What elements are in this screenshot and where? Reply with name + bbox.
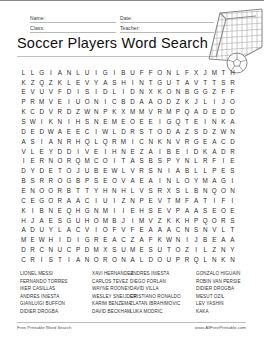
word-list-item: FERNANDO TORRES xyxy=(20,278,68,286)
grid-cell-r18c19: I xyxy=(182,235,191,245)
grid-cell-r1c6: N xyxy=(64,68,73,78)
grid-cell-r10c11: I xyxy=(110,157,119,167)
grid-cell-r17c5: L xyxy=(55,226,64,236)
grid-cell-r7c1: D xyxy=(19,127,28,137)
grid-cell-r20c23: K xyxy=(219,255,228,265)
grid-cell-r1c18: L xyxy=(173,68,182,78)
grid-cell-r9c17: B xyxy=(164,147,173,157)
grid-cell-r10c5: O xyxy=(55,157,64,167)
grid-cell-r12c19: O xyxy=(182,176,191,186)
grid-cell-r19c7: P xyxy=(73,245,82,255)
grid-cell-r3c3: U xyxy=(37,88,46,98)
grid-cell-r1c19: F xyxy=(182,68,191,78)
grid-cell-r4c20: J xyxy=(192,98,201,108)
grid-cell-r9c16: I xyxy=(155,147,164,157)
grid-cell-r12c5: O xyxy=(55,176,64,186)
grid-cell-r14c21: T xyxy=(201,196,210,206)
grid-cell-r8c24: D xyxy=(228,137,237,147)
grid-cell-r11c11: W xyxy=(110,167,119,177)
grid-cell-r5c21: D xyxy=(201,107,210,117)
grid-cell-r17c20: S xyxy=(192,226,201,236)
grid-cell-r20c19: R xyxy=(182,255,191,265)
grid-cell-r6c22: N xyxy=(210,117,219,127)
grid-cell-r5c4: V xyxy=(46,107,55,117)
grid-cell-r7c18: A xyxy=(173,127,182,137)
grid-cell-r16c12: J xyxy=(119,216,128,226)
grid-cell-r1c4: I xyxy=(46,68,55,78)
grid-cell-r7c19: Z xyxy=(182,127,191,137)
grid-cell-r20c8: N xyxy=(83,255,92,265)
grid-cell-r1c21: J xyxy=(201,68,210,78)
grid-cell-r9c19: I xyxy=(182,147,191,157)
grid-cell-r1c3: G xyxy=(37,68,46,78)
grid-cell-r17c13: F xyxy=(128,226,137,236)
grid-cell-r14c1: C xyxy=(19,196,28,206)
grid-cell-r11c8: U xyxy=(83,167,92,177)
grid-cell-r8c23: C xyxy=(219,137,228,147)
grid-cell-r4c10: I xyxy=(101,98,110,108)
grid-cell-r11c22: P xyxy=(210,167,219,177)
grid-cell-r8c19: R xyxy=(182,137,191,147)
grid-cell-r10c21: R xyxy=(201,157,210,167)
grid-cell-r15c1: K xyxy=(19,206,28,216)
grid-cell-r13c23: O xyxy=(219,186,228,196)
grid-cell-r13c3: O xyxy=(37,186,46,196)
grid-cell-r19c23: N xyxy=(219,245,228,255)
grid-cell-r7c9: I xyxy=(92,127,101,137)
grid-cell-r19c24: Y xyxy=(228,245,237,255)
grid-cell-r14c14: P xyxy=(137,196,146,206)
grid-cell-r6c3: I xyxy=(37,117,46,127)
grid-cell-r3c4: V xyxy=(46,88,55,98)
grid-cell-r5c16: R xyxy=(155,107,164,117)
grid-cell-r12c24: I xyxy=(228,176,237,186)
grid-cell-r17c15: A xyxy=(146,226,155,236)
grid-cell-r20c2: R xyxy=(28,255,37,265)
grid-cell-r19c14: E xyxy=(137,245,146,255)
grid-cell-r15c17: V xyxy=(164,206,173,216)
grid-cell-r15c10: M xyxy=(101,206,110,216)
grid-cell-r16c24: S xyxy=(228,216,237,226)
grid-cell-r5c23: D xyxy=(219,107,228,117)
grid-cell-r19c4: N xyxy=(46,245,55,255)
grid-cell-r9c7: I xyxy=(73,147,82,157)
grid-cell-r19c10: X xyxy=(101,245,110,255)
grid-cell-r17c6: A xyxy=(64,226,73,236)
grid-cell-r1c8: U xyxy=(83,68,92,78)
grid-cell-r3c23: F xyxy=(219,88,228,98)
grid-cell-r5c20: A xyxy=(192,107,201,117)
grid-cell-r10c13: A xyxy=(128,157,137,167)
grid-cell-r10c4: N xyxy=(46,157,55,167)
grid-cell-r11c24: S xyxy=(228,167,237,177)
grid-cell-r2c16: G xyxy=(155,78,164,88)
grid-cell-r19c6: C xyxy=(64,245,73,255)
page-title: Soccer Players Word Search xyxy=(17,35,208,51)
grid-cell-r4c9: N xyxy=(92,98,101,108)
grid-cell-r7c17: D xyxy=(164,127,173,137)
grid-cell-r5c9: N xyxy=(92,107,101,117)
grid-cell-r2c8: V xyxy=(83,78,92,88)
grid-cell-r13c17: X xyxy=(164,186,173,196)
grid-cell-r17c14: E xyxy=(137,226,146,236)
grid-cell-r2c5: K xyxy=(55,78,64,88)
grid-cell-r11c7: J xyxy=(73,167,82,177)
grid-cell-r18c14: A xyxy=(137,235,146,245)
grid-cell-r5c12: X xyxy=(119,107,128,117)
grid-cell-r20c1: C xyxy=(19,255,28,265)
grid-cell-r11c19: B xyxy=(182,167,191,177)
grid-cell-r15c21: S xyxy=(201,206,210,216)
grid-cell-r12c12: V xyxy=(119,176,128,186)
grid-cell-r16c9: O xyxy=(92,216,101,226)
grid-cell-r11c15: S xyxy=(146,167,155,177)
grid-cell-r6c21: I xyxy=(201,117,210,127)
grid-cell-r8c10: Q xyxy=(101,137,110,147)
word-list-item: LUKA MODRIC xyxy=(130,308,181,316)
grid-cell-r7c22: Z xyxy=(210,127,219,137)
grid-cell-r10c1: I xyxy=(19,157,28,167)
grid-cell-r12c2: S xyxy=(28,176,37,186)
grid-cell-r16c7: U xyxy=(73,216,82,226)
grid-cell-r3c20: G xyxy=(192,88,201,98)
grid-cell-r11c4: E xyxy=(46,167,55,177)
grid-cell-r6c1: S xyxy=(19,117,28,127)
grid-cell-r9c10: I xyxy=(101,147,110,157)
word-list-item: MESUT OZIL xyxy=(196,293,241,301)
grid-cell-r17c22: V xyxy=(210,226,219,236)
grid-cell-r11c3: D xyxy=(37,167,46,177)
grid-cell-r19c9: M xyxy=(92,245,101,255)
grid-cell-r10c18: Y xyxy=(173,157,182,167)
grid-cell-r18c17: W xyxy=(164,235,173,245)
grid-cell-r11c23: E xyxy=(219,167,228,177)
grid-cell-r14c17: T xyxy=(164,196,173,206)
grid-cell-r18c10: E xyxy=(101,235,110,245)
grid-cell-r14c19: F xyxy=(182,196,191,206)
grid-cell-r6c6: I xyxy=(64,117,73,127)
grid-cell-r18c24: A xyxy=(228,235,237,245)
grid-cell-r14c13: N xyxy=(128,196,137,206)
grid-cell-r2c21: T xyxy=(201,78,210,88)
grid-cell-r15c18: P xyxy=(173,206,182,216)
grid-cell-r12c14: E xyxy=(137,176,146,186)
grid-cell-r7c10: W xyxy=(101,127,110,137)
grid-cell-r7c5: A xyxy=(55,127,64,137)
class-blank-line xyxy=(30,32,116,33)
grid-cell-r8c5: N xyxy=(55,137,64,147)
grid-cell-r5c14: M xyxy=(137,107,146,117)
grid-cell-r3c2: V xyxy=(28,88,37,98)
grid-cell-r11c21: L xyxy=(201,167,210,177)
teacher-blank-line xyxy=(120,32,214,33)
word-list-item: ANDRES INIESTA xyxy=(130,270,181,278)
grid-cell-r13c5: R xyxy=(55,186,64,196)
grid-cell-r6c10: E xyxy=(101,117,110,127)
grid-cell-r18c8: G xyxy=(83,235,92,245)
grid-cell-r1c2: L xyxy=(28,68,37,78)
grid-cell-r8c6: R xyxy=(64,137,73,147)
grid-cell-r18c21: B xyxy=(201,235,210,245)
grid-cell-r14c4: O xyxy=(46,196,55,206)
grid-cell-r14c10: U xyxy=(101,196,110,206)
grid-cell-r1c12: B xyxy=(119,68,128,78)
grid-cell-r4c15: A xyxy=(146,98,155,108)
word-list-item: LIONEL MESSI xyxy=(20,270,68,278)
grid-cell-r3c17: O xyxy=(164,88,173,98)
grid-cell-r16c20: P xyxy=(192,216,201,226)
grid-cell-r12c17: N xyxy=(164,176,173,186)
grid-cell-r15c13: E xyxy=(128,206,137,216)
grid-cell-r10c2: E xyxy=(28,157,37,167)
grid-cell-r9c14: Z xyxy=(137,147,146,157)
grid-cell-r20c10: R xyxy=(101,255,110,265)
grid-cell-r6c12: E xyxy=(119,117,128,127)
grid-cell-r20c18: P xyxy=(173,255,182,265)
grid-cell-r18c23: A xyxy=(219,235,228,245)
grid-cell-r11c2: Y xyxy=(28,167,37,177)
grid-cell-r15c3: B xyxy=(37,206,46,216)
grid-cell-r17c17: A xyxy=(164,226,173,236)
grid-cell-r4c22: I xyxy=(210,98,219,108)
grid-cell-r2c3: Q xyxy=(37,78,46,88)
grid-cell-r14c6: A xyxy=(64,196,73,206)
grid-cell-r6c23: K xyxy=(219,117,228,127)
grid-cell-r13c6: B xyxy=(64,186,73,196)
footer-rule xyxy=(17,322,246,323)
grid-cell-r1c22: M xyxy=(210,68,219,78)
grid-cell-r10c17: P xyxy=(164,157,173,167)
grid-cell-r10c22: F xyxy=(210,157,219,167)
grid-cell-r8c22: A xyxy=(210,137,219,147)
grid-cell-r17c4: Y xyxy=(46,226,55,236)
grid-cell-r20c16: O xyxy=(155,255,164,265)
grid-cell-r2c2: Z xyxy=(28,78,37,88)
grid-cell-r8c11: R xyxy=(110,137,119,147)
word-list-item: KAKA xyxy=(196,308,241,316)
grid-cell-r14c9: I xyxy=(92,196,101,206)
grid-cell-r4c14: A xyxy=(137,98,146,108)
grid-cell-r14c7: A xyxy=(73,196,82,206)
grid-cell-r15c15: S xyxy=(146,206,155,216)
grid-cell-r19c16: U xyxy=(155,245,164,255)
grid-cell-r16c1: H xyxy=(19,216,28,226)
grid-cell-r9c18: E xyxy=(173,147,182,157)
grid-cell-r18c4: H xyxy=(46,235,55,245)
grid-cell-r9c23: D xyxy=(219,147,228,157)
grid-cell-r6c18: Q xyxy=(173,117,182,127)
grid-cell-r19c17: T xyxy=(164,245,173,255)
date-label: Date: xyxy=(120,15,132,21)
grid-cell-r3c8: S xyxy=(83,88,92,98)
grid-cell-r14c18: M xyxy=(173,196,182,206)
grid-cell-r13c11: N xyxy=(110,186,119,196)
grid-cell-r12c20: Y xyxy=(192,176,201,186)
grid-cell-r14c22: I xyxy=(210,196,219,206)
grid-cell-r16c2: J xyxy=(28,216,37,226)
grid-cell-r5c13: M xyxy=(128,107,137,117)
grid-cell-r19c13: M xyxy=(128,245,137,255)
grid-cell-r19c15: S xyxy=(146,245,155,255)
grid-cell-r2c14: N xyxy=(137,78,146,88)
grid-cell-r16c21: Q xyxy=(201,216,210,226)
grid-cell-r10c8: M xyxy=(83,157,92,167)
grid-cell-r10c14: S xyxy=(137,157,146,167)
grid-cell-r3c15: X xyxy=(146,88,155,98)
grid-cell-r9c9: E xyxy=(92,147,101,157)
grid-cell-r17c23: L xyxy=(219,226,228,236)
grid-cell-r11c13: V xyxy=(128,167,137,177)
grid-cell-r4c8: O xyxy=(83,98,92,108)
grid-cell-r20c22: N xyxy=(210,255,219,265)
grid-cell-r18c12: C xyxy=(119,235,128,245)
grid-cell-r7c2: E xyxy=(28,127,37,137)
grid-cell-r11c6: O xyxy=(64,167,73,177)
grid-cell-r6c2: W xyxy=(28,117,37,127)
grid-cell-r20c17: U xyxy=(164,255,173,265)
grid-cell-r14c11: I xyxy=(110,196,119,206)
grid-cell-r14c5: R xyxy=(55,196,64,206)
grid-cell-r5c18: P xyxy=(173,107,182,117)
grid-cell-r8c17: N xyxy=(164,137,173,147)
grid-cell-r6c9: N xyxy=(92,117,101,127)
grid-cell-r20c21: L xyxy=(201,255,210,265)
grid-cell-r2c17: U xyxy=(164,78,173,88)
grid-cell-r13c21: N xyxy=(201,186,210,196)
grid-cell-r15c5: E xyxy=(55,206,64,216)
grid-cell-r2c13: I xyxy=(128,78,137,88)
grid-cell-r8c2: S xyxy=(28,137,37,147)
grid-cell-r13c10: H xyxy=(101,186,110,196)
grid-cell-r18c3: W xyxy=(37,235,46,245)
grid-cell-r11c17: I xyxy=(164,167,173,177)
grid-cell-r4c1: P xyxy=(19,98,28,108)
grid-cell-r8c12: M xyxy=(119,137,128,147)
grid-cell-r2c9: Y xyxy=(92,78,101,88)
grid-cell-r18c15: F xyxy=(146,235,155,245)
grid-cell-r12c11: O xyxy=(110,176,119,186)
grid-cell-r4c5: E xyxy=(55,98,64,108)
grid-cell-r12c6: G xyxy=(64,176,73,186)
grid-cell-r4c16: O xyxy=(155,98,164,108)
grid-cell-r19c11: S xyxy=(110,245,119,255)
grid-cell-r5c11: K xyxy=(110,107,119,117)
grid-cell-r8c16: K xyxy=(155,137,164,147)
grid-cell-r8c1: A xyxy=(19,137,28,147)
grid-cell-r6c7: H xyxy=(73,117,82,127)
footer-source-text: Free Printable Word Search xyxy=(17,325,71,330)
grid-cell-r5c10: P xyxy=(101,107,110,117)
grid-cell-r2c4: Z xyxy=(46,78,55,88)
grid-cell-r2c24: R xyxy=(228,78,237,88)
grid-cell-r10c12: T xyxy=(119,157,128,167)
date-blank-line xyxy=(120,22,214,23)
grid-cell-r5c15: V xyxy=(146,107,155,117)
grid-cell-r4c12: B xyxy=(119,98,128,108)
grid-cell-r7c8: C xyxy=(83,127,92,137)
grid-cell-r9c1: V xyxy=(19,147,28,157)
grid-cell-r13c1: E xyxy=(19,186,28,196)
grid-cell-r5c6: D xyxy=(64,107,73,117)
grid-cell-r3c7: I xyxy=(73,88,82,98)
grid-cell-r5c7: Z xyxy=(73,107,82,117)
grid-cell-r8c3: I xyxy=(37,137,46,147)
grid-cell-r6c15: E xyxy=(146,117,155,127)
grid-cell-r2c22: T xyxy=(210,78,219,88)
grid-cell-r17c21: N xyxy=(201,226,210,236)
grid-cell-r12c8: P xyxy=(83,176,92,186)
grid-cell-r4c6: I xyxy=(64,98,73,108)
grid-cell-r19c22: Z xyxy=(210,245,219,255)
grid-cell-r10c16: S xyxy=(155,157,164,167)
grid-cell-r1c15: F xyxy=(146,68,155,78)
word-list-column-3: ANDRES INIESTADIEGO FORLANDAVID VILLACRI… xyxy=(130,270,181,315)
grid-cell-r8c14: C xyxy=(137,137,146,147)
grid-cell-r2c20: V xyxy=(192,78,201,88)
title-rule xyxy=(17,56,215,57)
grid-cell-r2c1: K xyxy=(19,78,28,88)
grid-cell-r14c3: G xyxy=(37,196,46,206)
grid-cell-r2c18: T xyxy=(173,78,182,88)
word-list-item: DIDIER DROGBA xyxy=(20,308,68,316)
grid-cell-r7c12: D xyxy=(119,127,128,137)
grid-cell-r16c17: K xyxy=(164,216,173,226)
grid-cell-r9c20: D xyxy=(192,147,201,157)
grid-cell-r13c7: T xyxy=(73,186,82,196)
grid-cell-r3c10: D xyxy=(101,88,110,98)
grid-cell-r5c8: W xyxy=(83,107,92,117)
grid-cell-r8c18: V xyxy=(173,137,182,147)
grid-cell-r15c8: G xyxy=(83,206,92,216)
grid-cell-r7c7: E xyxy=(73,127,82,137)
grid-cell-r12c7: B xyxy=(73,176,82,186)
grid-cell-r18c18: N xyxy=(173,235,182,245)
grid-cell-r20c15: D xyxy=(146,255,155,265)
grid-cell-r1c16: O xyxy=(155,68,164,78)
grid-cell-r2c11: S xyxy=(110,78,119,88)
grid-cell-r1c11: I xyxy=(110,68,119,78)
grid-cell-r3c14: N xyxy=(137,88,146,98)
grid-cell-r8c9: L xyxy=(92,137,101,147)
grid-cell-r2c23: S xyxy=(219,78,228,88)
grid-cell-r20c14: L xyxy=(137,255,146,265)
grid-cell-r17c10: O xyxy=(101,226,110,236)
grid-cell-r14c23: F xyxy=(219,196,228,206)
grid-cell-r6c19: T xyxy=(182,117,191,127)
grid-cell-r17c2: D xyxy=(28,226,37,236)
grid-cell-r16c14: M xyxy=(137,216,146,226)
grid-cell-r8c21: E xyxy=(201,137,210,147)
grid-cell-r18c20: J xyxy=(192,235,201,245)
grid-cell-r12c3: R xyxy=(37,176,46,186)
grid-cell-r16c6: G xyxy=(64,216,73,226)
grid-cell-r5c24: D xyxy=(228,107,237,117)
grid-cell-r16c4: E xyxy=(46,216,55,226)
grid-cell-r10c20: L xyxy=(192,157,201,167)
grid-cell-r7c4: W xyxy=(46,127,55,137)
grid-cell-r8c8: Q xyxy=(83,137,92,147)
grid-cell-r20c13: A xyxy=(128,255,137,265)
grid-cell-r16c16: Z xyxy=(155,216,164,226)
grid-cell-r18c1: M xyxy=(19,235,28,245)
word-list-item: DIEGO FORLAN xyxy=(130,278,181,286)
grid-cell-r17c18: C xyxy=(173,226,182,236)
grid-cell-r11c16: N xyxy=(155,167,164,177)
grid-cell-r18c7: I xyxy=(73,235,82,245)
grid-cell-r14c8: C xyxy=(83,196,92,206)
grid-cell-r15c12: I xyxy=(119,206,128,216)
word-list-column-1: LIONEL MESSIFERNANDO TORRESIKER CASILLAS… xyxy=(20,270,68,315)
